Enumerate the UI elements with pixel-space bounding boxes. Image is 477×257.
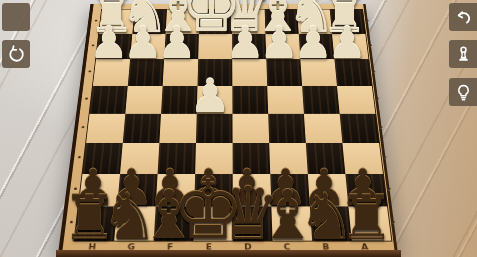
- square-f4[interactable]: [161, 86, 197, 114]
- square-b4[interactable]: [302, 86, 340, 114]
- rotate-icon: [7, 45, 26, 64]
- square-h6[interactable]: [82, 143, 122, 174]
- square-e2[interactable]: [198, 34, 232, 59]
- square-d2[interactable]: [232, 34, 266, 59]
- app-screen: HGFEDCBA ♜♞♝♛♚♝♞♜♟♟♟♟♟♟♟♟♟♟♟♟♟♟♟♟♜♞♝♛♚♝♞…: [0, 0, 477, 257]
- square-c3[interactable]: [266, 59, 302, 86]
- square-e8[interactable]: [193, 206, 233, 240]
- undo-arrow-icon: [454, 8, 473, 27]
- chess-board-3d: HGFEDCBA: [58, 4, 398, 254]
- square-d8[interactable]: [233, 206, 273, 240]
- pawn-icon: [454, 45, 473, 64]
- square-a3[interactable]: [334, 59, 371, 86]
- square-b7[interactable]: [308, 174, 349, 206]
- square-h7[interactable]: [79, 174, 120, 206]
- square-a5[interactable]: [340, 114, 379, 143]
- square-g7[interactable]: [117, 174, 157, 206]
- square-b8[interactable]: [310, 206, 352, 240]
- square-d6[interactable]: [233, 143, 271, 174]
- restart-button[interactable]: [2, 40, 30, 68]
- square-f7[interactable]: [156, 174, 195, 206]
- square-g6[interactable]: [120, 143, 159, 174]
- square-f6[interactable]: [158, 143, 196, 174]
- board-front-rim: [56, 250, 401, 257]
- square-c6[interactable]: [269, 143, 308, 174]
- board-squares: [73, 9, 392, 242]
- player-button[interactable]: [449, 40, 477, 68]
- square-h3[interactable]: [93, 59, 130, 86]
- square-c7[interactable]: [270, 174, 310, 206]
- square-e3[interactable]: [197, 59, 232, 86]
- square-f1[interactable]: [166, 9, 200, 33]
- square-a6[interactable]: [342, 143, 382, 174]
- square-e4[interactable]: [197, 86, 233, 114]
- square-a8[interactable]: [348, 206, 391, 240]
- square-e1[interactable]: [199, 9, 232, 33]
- square-a4[interactable]: [337, 86, 375, 114]
- square-d4[interactable]: [232, 86, 268, 114]
- square-c2[interactable]: [265, 34, 300, 59]
- square-e7[interactable]: [194, 174, 233, 206]
- lightbulb-icon: [454, 83, 473, 102]
- square-g1[interactable]: [132, 9, 167, 33]
- square-g4[interactable]: [125, 86, 162, 114]
- square-e5[interactable]: [196, 114, 233, 143]
- square-b3[interactable]: [300, 59, 337, 86]
- square-f8[interactable]: [154, 206, 195, 240]
- menu-button[interactable]: [2, 3, 30, 31]
- square-e6[interactable]: [195, 143, 233, 174]
- square-g5[interactable]: [123, 114, 161, 143]
- square-b5[interactable]: [304, 114, 343, 143]
- square-a2[interactable]: [332, 34, 368, 59]
- square-h4[interactable]: [90, 86, 128, 114]
- square-c1[interactable]: [265, 9, 299, 33]
- square-f2[interactable]: [164, 34, 199, 59]
- square-d5[interactable]: [232, 114, 269, 143]
- square-h2[interactable]: [96, 34, 132, 59]
- square-h1[interactable]: [99, 9, 134, 33]
- square-b2[interactable]: [299, 34, 335, 59]
- square-c5[interactable]: [268, 114, 306, 143]
- square-b1[interactable]: [297, 9, 332, 33]
- square-g3[interactable]: [128, 59, 164, 86]
- square-h5[interactable]: [86, 114, 125, 143]
- square-h8[interactable]: [75, 206, 118, 240]
- square-f3[interactable]: [163, 59, 199, 86]
- square-c8[interactable]: [271, 206, 312, 240]
- square-f5[interactable]: [159, 114, 196, 143]
- undo-button[interactable]: [449, 3, 477, 31]
- hint-button[interactable]: [449, 78, 477, 106]
- square-d7[interactable]: [233, 174, 272, 206]
- square-g8[interactable]: [114, 206, 156, 240]
- square-a1[interactable]: [330, 9, 366, 33]
- square-c4[interactable]: [267, 86, 304, 114]
- square-d1[interactable]: [232, 9, 265, 33]
- square-g2[interactable]: [130, 34, 166, 59]
- square-a7[interactable]: [345, 174, 387, 206]
- square-d3[interactable]: [232, 59, 267, 86]
- square-b6[interactable]: [306, 143, 346, 174]
